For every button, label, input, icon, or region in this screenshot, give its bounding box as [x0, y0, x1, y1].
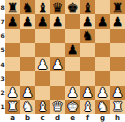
square-b3[interactable] [20, 71, 35, 85]
square-g8[interactable] [95, 0, 110, 14]
square-h8[interactable]: ♜ [110, 0, 125, 14]
square-g5[interactable] [95, 43, 110, 57]
square-a8[interactable]: ♜ [5, 0, 20, 14]
file-label-g: g [95, 114, 110, 122]
square-h7[interactable]: ♟ [110, 14, 125, 28]
square-a2[interactable]: ♟ [5, 86, 20, 100]
square-a1[interactable]: ♜ [5, 100, 20, 114]
square-b4[interactable] [20, 57, 35, 71]
white-pawn-icon[interactable]: ♟ [112, 86, 124, 99]
square-h1[interactable]: ♜ [110, 100, 125, 114]
chess-board: 8♜♞♝♛♚♝♜7♟♟♟♟♟♟♟6♞5♟4♟♟32♟♟♟♟♟♟1♜♞♝♛♚♝♞♜… [0, 0, 125, 122]
file-label-c: c [35, 114, 50, 122]
square-d8[interactable]: ♛ [50, 0, 65, 14]
square-c2[interactable] [35, 86, 50, 100]
square-a3[interactable] [5, 71, 20, 85]
black-pawn-icon[interactable]: ♟ [7, 14, 19, 27]
black-pawn-icon[interactable]: ♟ [22, 14, 34, 27]
square-c3[interactable] [35, 71, 50, 85]
square-e4[interactable] [65, 57, 80, 71]
file-label-e: e [65, 114, 80, 122]
black-king-icon[interactable]: ♚ [67, 0, 79, 13]
white-pawn-icon[interactable]: ♟ [67, 86, 79, 99]
black-rook-icon[interactable]: ♜ [112, 0, 124, 13]
square-d1[interactable]: ♛ [50, 100, 65, 114]
square-f2[interactable]: ♟ [80, 86, 95, 100]
square-e1[interactable]: ♚ [65, 100, 80, 114]
file-label-a: a [5, 114, 20, 122]
square-e6[interactable] [65, 29, 80, 43]
square-e3[interactable] [65, 71, 80, 85]
black-bishop-icon[interactable]: ♝ [82, 0, 94, 13]
square-f6[interactable]: ♞ [80, 29, 95, 43]
square-c1[interactable]: ♝ [35, 100, 50, 114]
square-f4[interactable] [80, 57, 95, 71]
square-e7[interactable] [65, 14, 80, 28]
white-king-icon[interactable]: ♚ [67, 100, 79, 113]
file-label-d: d [50, 114, 65, 122]
square-g3[interactable] [95, 71, 110, 85]
square-f1[interactable]: ♝ [80, 100, 95, 114]
square-b8[interactable]: ♞ [20, 0, 35, 14]
file-label-b: b [20, 114, 35, 122]
white-pawn-icon[interactable]: ♟ [37, 57, 49, 70]
square-g2[interactable]: ♟ [95, 86, 110, 100]
square-c6[interactable] [35, 29, 50, 43]
white-bishop-icon[interactable]: ♝ [37, 100, 49, 113]
square-a5[interactable] [5, 43, 20, 57]
square-e5[interactable]: ♟ [65, 43, 80, 57]
black-rook-icon[interactable]: ♜ [7, 0, 19, 13]
square-a4[interactable] [5, 57, 20, 71]
black-pawn-icon[interactable]: ♟ [112, 14, 124, 27]
file-label-f: f [80, 114, 95, 122]
square-a6[interactable] [5, 29, 20, 43]
square-a7[interactable]: ♟ [5, 14, 20, 28]
black-knight-icon[interactable]: ♞ [22, 0, 34, 13]
square-h4[interactable] [110, 57, 125, 71]
square-d7[interactable]: ♟ [50, 14, 65, 28]
square-f8[interactable]: ♝ [80, 0, 95, 14]
black-knight-icon[interactable]: ♞ [82, 29, 94, 42]
black-pawn-icon[interactable]: ♟ [97, 14, 109, 27]
white-knight-icon[interactable]: ♞ [22, 100, 34, 113]
square-g1[interactable]: ♞ [95, 100, 110, 114]
white-pawn-icon[interactable]: ♟ [7, 86, 19, 99]
black-pawn-icon[interactable]: ♟ [67, 43, 79, 56]
black-pawn-icon[interactable]: ♟ [52, 14, 64, 27]
square-f7[interactable]: ♟ [80, 14, 95, 28]
white-knight-icon[interactable]: ♞ [97, 100, 109, 113]
square-b7[interactable]: ♟ [20, 14, 35, 28]
file-label-h: h [110, 114, 125, 122]
black-pawn-icon[interactable]: ♟ [82, 14, 94, 27]
square-d6[interactable] [50, 29, 65, 43]
square-h5[interactable] [110, 43, 125, 57]
white-pawn-icon[interactable]: ♟ [52, 57, 64, 70]
square-b6[interactable] [20, 29, 35, 43]
square-c5[interactable] [35, 43, 50, 57]
square-g4[interactable] [95, 57, 110, 71]
square-b5[interactable] [20, 43, 35, 57]
square-d5[interactable] [50, 43, 65, 57]
square-f5[interactable] [80, 43, 95, 57]
square-f3[interactable] [80, 71, 95, 85]
white-rook-icon[interactable]: ♜ [112, 100, 124, 113]
black-pawn-icon[interactable]: ♟ [37, 14, 49, 27]
square-e8[interactable]: ♚ [65, 0, 80, 14]
black-queen-icon[interactable]: ♛ [52, 0, 64, 13]
square-g7[interactable]: ♟ [95, 14, 110, 28]
square-b2[interactable]: ♟ [20, 86, 35, 100]
square-d3[interactable] [50, 71, 65, 85]
white-queen-icon[interactable]: ♛ [52, 100, 64, 113]
white-bishop-icon[interactable]: ♝ [82, 100, 94, 113]
white-pawn-icon[interactable]: ♟ [97, 86, 109, 99]
square-h6[interactable] [110, 29, 125, 43]
black-bishop-icon[interactable]: ♝ [37, 0, 49, 13]
square-c7[interactable]: ♟ [35, 14, 50, 28]
square-b1[interactable]: ♞ [20, 100, 35, 114]
square-d4[interactable]: ♟ [50, 57, 65, 71]
white-pawn-icon[interactable]: ♟ [82, 86, 94, 99]
white-rook-icon[interactable]: ♜ [7, 100, 19, 113]
square-d2[interactable] [50, 86, 65, 100]
square-h2[interactable]: ♟ [110, 86, 125, 100]
square-c4[interactable]: ♟ [35, 57, 50, 71]
square-e2[interactable]: ♟ [65, 86, 80, 100]
square-h3[interactable] [110, 71, 125, 85]
white-pawn-icon[interactable]: ♟ [22, 86, 34, 99]
square-g6[interactable] [95, 29, 110, 43]
square-c8[interactable]: ♝ [35, 0, 50, 14]
